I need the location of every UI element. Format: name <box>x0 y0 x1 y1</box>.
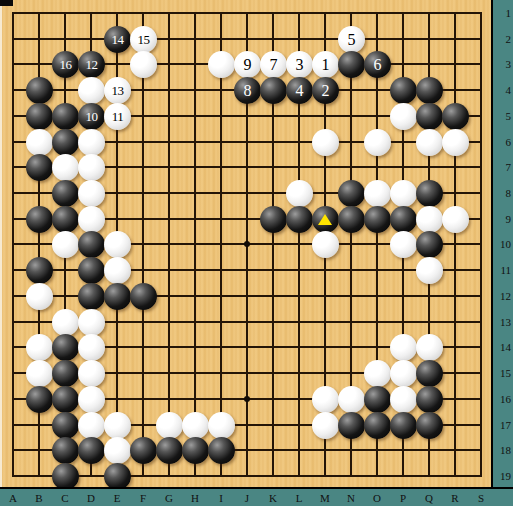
stone-black[interactable]: 4 <box>286 77 313 104</box>
stone-black[interactable] <box>52 386 79 413</box>
go-game-viewer: 14155161297316138421011 1234567891011121… <box>0 0 513 506</box>
stone-black[interactable] <box>52 206 79 233</box>
stone-black[interactable] <box>52 334 79 361</box>
stone-black[interactable] <box>338 412 365 439</box>
stone-black[interactable] <box>26 386 53 413</box>
stone-white[interactable] <box>312 386 339 413</box>
row-label: 9 <box>493 213 511 225</box>
row-label: 15 <box>493 367 511 379</box>
stone-black[interactable] <box>26 206 53 233</box>
goban[interactable]: 14155161297316138421011 <box>0 0 491 487</box>
stone-white[interactable] <box>104 257 131 284</box>
stone-black[interactable] <box>52 103 79 130</box>
stone-white[interactable] <box>78 154 105 181</box>
column-label: R <box>446 492 464 504</box>
grid-line <box>12 12 482 14</box>
stone-black[interactable]: 12 <box>78 51 105 78</box>
move-number-label: 4 <box>286 77 313 104</box>
row-label: 1 <box>493 7 511 19</box>
stone-black[interactable] <box>182 437 209 464</box>
stone-white[interactable] <box>182 412 209 439</box>
move-number-label: 10 <box>78 103 105 130</box>
stone-white[interactable] <box>104 437 131 464</box>
stone-black[interactable] <box>312 206 339 233</box>
stone-white[interactable]: 9 <box>234 51 261 78</box>
move-number-label: 8 <box>234 77 261 104</box>
stone-white[interactable] <box>26 283 53 310</box>
stone-black[interactable] <box>338 180 365 207</box>
column-label: B <box>30 492 48 504</box>
stone-white[interactable] <box>104 231 131 258</box>
stone-black[interactable] <box>364 386 391 413</box>
stone-white[interactable] <box>78 77 105 104</box>
stone-black[interactable]: 8 <box>234 77 261 104</box>
stone-black[interactable] <box>52 180 79 207</box>
row-label: 6 <box>493 136 511 148</box>
stone-black[interactable] <box>78 283 105 310</box>
triangle-marker-icon <box>318 214 332 225</box>
move-number-label: 9 <box>234 51 261 78</box>
stone-black[interactable] <box>260 206 287 233</box>
row-label: 14 <box>493 341 511 353</box>
stone-black[interactable] <box>364 206 391 233</box>
stone-black[interactable] <box>26 257 53 284</box>
grid-line <box>12 38 482 40</box>
stone-white[interactable] <box>52 154 79 181</box>
column-label: E <box>108 492 126 504</box>
stone-white[interactable] <box>364 180 391 207</box>
row-label: 19 <box>493 470 511 482</box>
grid-line <box>12 475 482 477</box>
column-label: F <box>134 492 152 504</box>
column-label: H <box>186 492 204 504</box>
column-label: J <box>238 492 256 504</box>
stone-white[interactable] <box>312 231 339 258</box>
move-number-label: 11 <box>104 103 131 130</box>
row-label: 17 <box>493 419 511 431</box>
stone-black[interactable]: 6 <box>364 51 391 78</box>
stone-white[interactable] <box>52 231 79 258</box>
stone-white[interactable] <box>390 231 417 258</box>
row-label: 10 <box>493 238 511 250</box>
row-label: 16 <box>493 393 511 405</box>
star-point <box>244 396 250 402</box>
stone-black[interactable] <box>130 283 157 310</box>
stone-white[interactable] <box>104 412 131 439</box>
row-label: 3 <box>493 58 511 70</box>
stone-black[interactable] <box>26 154 53 181</box>
stone-black[interactable] <box>52 463 79 490</box>
stone-white[interactable] <box>416 257 443 284</box>
board-edge-highlight <box>0 0 2 487</box>
column-label: D <box>82 492 100 504</box>
row-label: 5 <box>493 110 511 122</box>
stone-white[interactable]: 3 <box>286 51 313 78</box>
stone-white[interactable] <box>156 412 183 439</box>
move-number-label: 7 <box>260 51 287 78</box>
stone-white[interactable] <box>312 412 339 439</box>
column-label: I <box>212 492 230 504</box>
stone-black[interactable] <box>286 206 313 233</box>
row-label: 11 <box>493 264 511 276</box>
stone-black[interactable]: 16 <box>52 51 79 78</box>
stone-black[interactable] <box>26 103 53 130</box>
move-number-label: 1 <box>312 51 339 78</box>
stone-white[interactable] <box>338 386 365 413</box>
stone-black[interactable] <box>156 437 183 464</box>
move-number-label: 15 <box>130 26 157 53</box>
column-label: S <box>472 492 490 504</box>
stone-white[interactable] <box>78 180 105 207</box>
stone-white[interactable] <box>312 129 339 156</box>
stone-white[interactable]: 15 <box>130 26 157 53</box>
stone-black[interactable] <box>78 437 105 464</box>
stone-black[interactable] <box>416 103 443 130</box>
stone-white[interactable]: 5 <box>338 26 365 53</box>
stone-black[interactable] <box>78 257 105 284</box>
move-number-label: 14 <box>104 26 131 53</box>
stone-white[interactable] <box>286 180 313 207</box>
stone-white[interactable] <box>78 309 105 336</box>
stone-black[interactable] <box>208 437 235 464</box>
stone-white[interactable] <box>390 360 417 387</box>
stone-black[interactable] <box>416 77 443 104</box>
stone-white[interactable] <box>416 129 443 156</box>
stone-black[interactable] <box>78 231 105 258</box>
stone-white[interactable] <box>390 386 417 413</box>
column-label: N <box>342 492 360 504</box>
stone-white[interactable] <box>78 360 105 387</box>
column-label: O <box>368 492 386 504</box>
row-label: 18 <box>493 444 511 456</box>
stone-white[interactable] <box>416 206 443 233</box>
stone-white[interactable] <box>208 412 235 439</box>
stone-black[interactable]: 2 <box>312 77 339 104</box>
stone-white[interactable] <box>442 206 469 233</box>
stone-white[interactable] <box>364 360 391 387</box>
column-label: G <box>160 492 178 504</box>
stone-white[interactable] <box>78 129 105 156</box>
stone-white[interactable] <box>26 360 53 387</box>
column-label: Q <box>420 492 438 504</box>
row-labels-gutter: 12345678910111213141516171819 <box>491 0 513 487</box>
row-label: 2 <box>493 33 511 45</box>
move-number-label: 16 <box>52 51 79 78</box>
star-point <box>244 241 250 247</box>
move-number-label: 3 <box>286 51 313 78</box>
stone-white[interactable] <box>442 129 469 156</box>
column-label: K <box>264 492 282 504</box>
stone-black[interactable] <box>260 77 287 104</box>
stone-white[interactable] <box>364 129 391 156</box>
column-label: P <box>394 492 412 504</box>
stone-black[interactable] <box>338 51 365 78</box>
column-labels-gutter: ABCDEFGHIJKLMNOPQRS <box>0 487 513 506</box>
stone-white[interactable] <box>390 180 417 207</box>
stone-black[interactable] <box>390 206 417 233</box>
move-number-label: 12 <box>78 51 105 78</box>
stone-black[interactable] <box>104 283 131 310</box>
stone-black[interactable] <box>52 360 79 387</box>
stone-black[interactable] <box>416 180 443 207</box>
stone-white[interactable] <box>208 51 235 78</box>
column-label: M <box>316 492 334 504</box>
stone-black[interactable] <box>442 103 469 130</box>
stone-white[interactable] <box>416 334 443 361</box>
move-number-label: 2 <box>312 77 339 104</box>
stone-black[interactable] <box>390 412 417 439</box>
stone-white[interactable] <box>78 206 105 233</box>
stone-black[interactable] <box>52 437 79 464</box>
row-label: 12 <box>493 290 511 302</box>
stone-black[interactable] <box>52 129 79 156</box>
stone-black[interactable]: 10 <box>78 103 105 130</box>
stone-black[interactable] <box>104 463 131 490</box>
stone-white[interactable] <box>78 334 105 361</box>
stone-white[interactable] <box>26 334 53 361</box>
stone-black[interactable] <box>416 412 443 439</box>
stone-white[interactable]: 11 <box>104 103 131 130</box>
move-number-label: 13 <box>104 77 131 104</box>
stone-black[interactable] <box>416 360 443 387</box>
column-label: L <box>290 492 308 504</box>
stone-white[interactable]: 13 <box>104 77 131 104</box>
stone-black[interactable] <box>364 412 391 439</box>
column-label: C <box>56 492 74 504</box>
row-label: 7 <box>493 161 511 173</box>
stone-white[interactable]: 7 <box>260 51 287 78</box>
stone-black[interactable] <box>338 206 365 233</box>
stone-white[interactable] <box>78 386 105 413</box>
stone-white[interactable] <box>390 334 417 361</box>
stone-black[interactable] <box>130 437 157 464</box>
stone-white[interactable] <box>78 412 105 439</box>
move-number-label: 6 <box>364 51 391 78</box>
row-label: 4 <box>493 84 511 96</box>
stone-black[interactable] <box>416 231 443 258</box>
stone-white[interactable] <box>390 103 417 130</box>
stone-white[interactable] <box>52 309 79 336</box>
stone-white[interactable] <box>26 129 53 156</box>
stone-white[interactable]: 1 <box>312 51 339 78</box>
stone-black[interactable] <box>26 77 53 104</box>
stone-white[interactable] <box>130 51 157 78</box>
row-label: 8 <box>493 187 511 199</box>
stone-black[interactable] <box>390 77 417 104</box>
stone-black[interactable] <box>416 386 443 413</box>
stone-black[interactable] <box>52 412 79 439</box>
row-label: 13 <box>493 316 511 328</box>
stone-black[interactable]: 14 <box>104 26 131 53</box>
move-number-label: 5 <box>338 26 365 53</box>
screen-artifact <box>0 0 13 6</box>
column-label: A <box>4 492 22 504</box>
